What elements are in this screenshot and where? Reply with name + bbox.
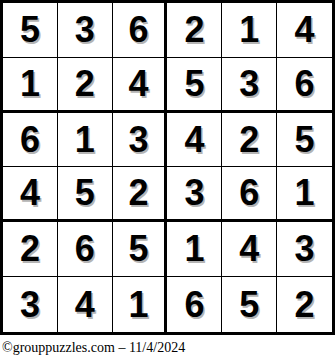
cell-r3c2[interactable]: 1 [58,113,113,168]
cell-r3c1[interactable]: 6 [3,113,58,168]
cell-r6c1[interactable]: 3 [3,277,58,332]
cell-r1c6[interactable]: 4 [277,3,332,58]
cell-r6c3[interactable]: 1 [113,277,168,332]
cell-r1c1[interactable]: 5 [3,3,58,58]
cell-r5c3[interactable]: 5 [113,222,168,277]
cell-r5c1[interactable]: 2 [3,222,58,277]
cell-r3c4[interactable]: 4 [167,113,222,168]
cell-r1c2[interactable]: 3 [58,3,113,58]
sudoku-board: 5 3 6 2 1 4 1 2 4 5 3 6 6 1 3 4 2 5 4 5 … [0,0,335,335]
cell-r6c6[interactable]: 2 [277,277,332,332]
cell-r6c4[interactable]: 6 [167,277,222,332]
cell-r4c5[interactable]: 6 [222,167,277,222]
cell-r5c6[interactable]: 3 [277,222,332,277]
cell-r2c1[interactable]: 1 [3,58,58,113]
sudoku-page: 5 3 6 2 1 4 1 2 4 5 3 6 6 1 3 4 2 5 4 5 … [0,0,335,357]
cell-r3c6[interactable]: 5 [277,113,332,168]
cell-r6c5[interactable]: 5 [222,277,277,332]
cell-r2c6[interactable]: 6 [277,58,332,113]
cell-r2c2[interactable]: 2 [58,58,113,113]
cell-r2c5[interactable]: 3 [222,58,277,113]
cell-r3c3[interactable]: 3 [113,113,168,168]
cell-r6c2[interactable]: 4 [58,277,113,332]
cell-r2c4[interactable]: 5 [167,58,222,113]
cell-r4c1[interactable]: 4 [3,167,58,222]
cell-r2c3[interactable]: 4 [113,58,168,113]
cell-r5c5[interactable]: 4 [222,222,277,277]
cell-r5c2[interactable]: 6 [58,222,113,277]
cell-r1c4[interactable]: 2 [167,3,222,58]
cell-r4c6[interactable]: 1 [277,167,332,222]
cell-r3c5[interactable]: 2 [222,113,277,168]
copyright-credit: ©grouppuzzles.com – 11/4/2024 [2,338,333,357]
cell-r1c3[interactable]: 6 [113,3,168,58]
cell-r4c4[interactable]: 3 [167,167,222,222]
cell-r4c2[interactable]: 5 [58,167,113,222]
cell-r5c4[interactable]: 1 [167,222,222,277]
cell-r1c5[interactable]: 1 [222,3,277,58]
cell-r4c3[interactable]: 2 [113,167,168,222]
